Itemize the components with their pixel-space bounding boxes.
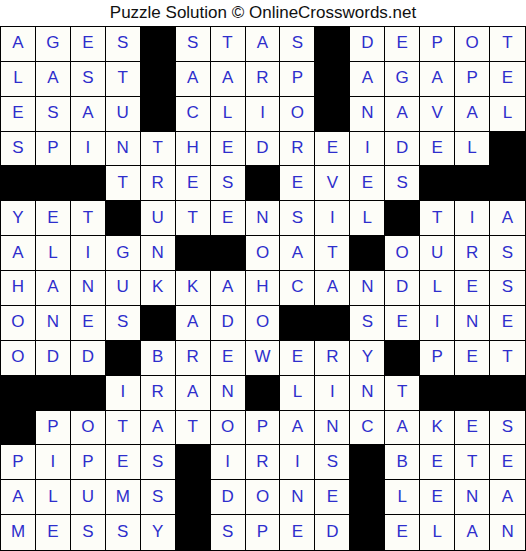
letter-cell: S — [490, 271, 525, 306]
letter-cell: L — [36, 236, 71, 271]
black-cell — [246, 376, 281, 411]
cell-letter: R — [256, 69, 268, 86]
letter-cell: V — [420, 97, 455, 132]
black-cell — [1, 411, 36, 446]
letter-cell: N — [246, 201, 281, 236]
black-cell — [315, 97, 350, 132]
letter-cell: E — [420, 480, 455, 515]
letter-cell: A — [490, 480, 525, 515]
letter-cell: P — [36, 411, 71, 446]
cell-letter: D — [221, 313, 233, 330]
letter-cell: I — [420, 306, 455, 341]
letter-cell: E — [211, 201, 246, 236]
letter-cell: G — [385, 62, 420, 97]
cell-letter: S — [327, 453, 338, 470]
letter-cell: R — [455, 236, 490, 271]
letter-cell: T — [315, 236, 350, 271]
letter-cell: E — [385, 515, 420, 550]
cell-letter: I — [225, 453, 230, 470]
letter-cell: D — [350, 27, 385, 62]
letter-cell: E — [211, 341, 246, 376]
letter-cell: U — [71, 480, 106, 515]
black-cell — [420, 166, 455, 201]
letter-cell: A — [176, 376, 211, 411]
cell-letter: A — [292, 418, 303, 435]
black-cell — [350, 236, 385, 271]
cell-letter: Y — [152, 523, 163, 540]
black-cell — [1, 166, 36, 201]
cell-letter: R — [152, 383, 164, 400]
cell-letter: T — [467, 453, 477, 470]
letter-cell: S — [280, 27, 315, 62]
cell-letter: N — [466, 488, 478, 505]
cell-letter: T — [118, 69, 128, 86]
letter-cell: S — [280, 201, 315, 236]
black-cell — [315, 62, 350, 97]
letter-cell: E — [106, 445, 141, 480]
cell-letter: O — [465, 34, 478, 51]
black-cell — [490, 166, 525, 201]
letter-cell: S — [1, 132, 36, 167]
black-cell — [350, 445, 385, 480]
cell-letter: E — [502, 453, 513, 470]
letter-cell: E — [490, 62, 525, 97]
letter-cell: D — [36, 341, 71, 376]
cell-letter: N — [221, 383, 233, 400]
cell-letter: A — [466, 523, 477, 540]
cell-letter: E — [222, 209, 233, 226]
letter-cell: E — [71, 27, 106, 62]
letter-cell: R — [176, 341, 211, 376]
black-cell — [350, 515, 385, 550]
cell-letter: A — [502, 209, 513, 226]
letter-cell: E — [455, 341, 490, 376]
letter-cell: A — [36, 62, 71, 97]
black-cell — [350, 480, 385, 515]
cell-letter: D — [396, 139, 408, 156]
cell-letter: N — [152, 244, 164, 261]
cell-letter: E — [292, 348, 303, 365]
cell-letter: S — [222, 523, 233, 540]
letter-cell: D — [211, 480, 246, 515]
letter-cell: S — [36, 97, 71, 132]
letter-cell: O — [1, 306, 36, 341]
letter-cell: A — [71, 97, 106, 132]
cell-letter: K — [431, 418, 442, 435]
cell-letter: D — [396, 278, 408, 295]
letter-cell: I — [315, 376, 350, 411]
letter-cell: S — [106, 27, 141, 62]
black-cell — [106, 201, 141, 236]
letter-cell: A — [1, 27, 36, 62]
cell-letter: S — [502, 278, 513, 295]
cell-letter: C — [361, 418, 373, 435]
letter-cell: R — [141, 166, 176, 201]
cell-letter: O — [221, 418, 234, 435]
cell-letter: L — [467, 139, 476, 156]
letter-cell: S — [490, 236, 525, 271]
letter-cell: L — [36, 480, 71, 515]
black-cell — [385, 201, 420, 236]
cell-letter: S — [82, 523, 93, 540]
letter-cell: T — [106, 166, 141, 201]
black-cell — [176, 236, 211, 271]
letter-cell: N — [350, 97, 385, 132]
cell-letter: D — [221, 488, 233, 505]
letter-cell: E — [280, 341, 315, 376]
cell-letter: D — [256, 139, 268, 156]
letter-cell: A — [350, 62, 385, 97]
letter-cell: D — [246, 132, 281, 167]
letter-cell: L — [420, 515, 455, 550]
black-cell — [280, 306, 315, 341]
cell-letter: A — [397, 418, 408, 435]
letter-cell: T — [455, 445, 490, 480]
letter-cell: O — [280, 97, 315, 132]
cell-letter: A — [222, 278, 233, 295]
cell-letter: I — [120, 383, 125, 400]
letter-cell: T — [71, 201, 106, 236]
cell-letter: P — [431, 34, 442, 51]
letter-cell: A — [1, 236, 36, 271]
letter-cell: I — [106, 376, 141, 411]
cell-letter: U — [152, 209, 164, 226]
cell-letter: M — [11, 523, 25, 540]
letter-cell: Y — [141, 515, 176, 550]
letter-cell: E — [385, 27, 420, 62]
cell-letter: T — [187, 209, 197, 226]
letter-cell: E — [385, 306, 420, 341]
cell-letter: G — [46, 34, 59, 51]
letter-cell: V — [315, 166, 350, 201]
letter-cell: A — [420, 62, 455, 97]
letter-cell: A — [385, 411, 420, 446]
cell-letter: A — [12, 34, 23, 51]
letter-cell: I — [36, 445, 71, 480]
letter-cell: S — [490, 411, 525, 446]
cell-letter: S — [187, 34, 198, 51]
cell-letter: P — [82, 453, 93, 470]
cell-letter: E — [187, 174, 198, 191]
cell-letter: E — [222, 348, 233, 365]
cell-letter: P — [431, 348, 442, 365]
cell-letter: H — [12, 278, 24, 295]
cell-letter: E — [117, 453, 128, 470]
letter-cell: Y — [1, 201, 36, 236]
cell-letter: V — [327, 174, 338, 191]
cell-letter: E — [466, 278, 477, 295]
cell-letter: R — [291, 139, 303, 156]
letter-cell: E — [420, 445, 455, 480]
letter-cell: N — [36, 306, 71, 341]
cell-letter: Y — [362, 348, 373, 365]
cell-letter: G — [396, 69, 409, 86]
letter-cell: T — [106, 411, 141, 446]
cell-letter: T — [152, 139, 162, 156]
cell-letter: T — [118, 418, 128, 435]
letter-cell: N — [350, 376, 385, 411]
letter-cell: A — [211, 62, 246, 97]
cell-letter: U — [117, 104, 129, 121]
letter-cell: E — [36, 515, 71, 550]
cell-letter: D — [326, 523, 338, 540]
cell-letter: O — [396, 244, 409, 261]
cell-letter: L — [432, 523, 441, 540]
letter-cell: D — [71, 341, 106, 376]
letter-cell: S — [106, 306, 141, 341]
letter-cell: I — [71, 132, 106, 167]
black-cell — [176, 480, 211, 515]
cell-letter: O — [11, 348, 24, 365]
letter-cell: T — [176, 411, 211, 446]
cell-letter: T — [397, 383, 407, 400]
cell-letter: T — [432, 209, 442, 226]
letter-cell: D — [315, 515, 350, 550]
cell-letter: E — [397, 313, 408, 330]
black-cell — [420, 376, 455, 411]
cell-letter: E — [222, 139, 233, 156]
letter-cell: T — [490, 341, 525, 376]
cell-letter: R — [186, 348, 198, 365]
letter-cell: S — [211, 166, 246, 201]
cell-letter: A — [222, 69, 233, 86]
letter-cell: M — [1, 515, 36, 550]
cell-letter: I — [260, 104, 265, 121]
cell-letter: S — [117, 34, 128, 51]
letter-cell: U — [420, 236, 455, 271]
cell-letter: M — [116, 488, 130, 505]
cell-letter: G — [116, 244, 129, 261]
cell-letter: V — [431, 104, 442, 121]
letter-cell: R — [280, 132, 315, 167]
cell-letter: W — [254, 348, 270, 365]
cell-letter: E — [431, 488, 442, 505]
cell-letter: O — [256, 244, 269, 261]
cell-letter: A — [12, 244, 23, 261]
cell-letter: T — [118, 174, 128, 191]
cell-letter: K — [187, 278, 198, 295]
letter-cell: Y — [350, 341, 385, 376]
cell-letter: S — [292, 209, 303, 226]
letter-cell: S — [385, 166, 420, 201]
letter-cell: G — [106, 236, 141, 271]
letter-cell: N — [280, 480, 315, 515]
black-cell — [176, 445, 211, 480]
letter-cell: O — [246, 480, 281, 515]
letter-cell: K — [176, 271, 211, 306]
cell-letter: I — [330, 383, 335, 400]
letter-cell: C — [350, 411, 385, 446]
black-cell — [141, 306, 176, 341]
cell-letter: T — [502, 34, 512, 51]
letter-cell: A — [211, 271, 246, 306]
cell-letter: P — [47, 418, 58, 435]
cell-letter: A — [187, 69, 198, 86]
cell-letter: E — [431, 139, 442, 156]
letter-cell: L — [280, 376, 315, 411]
letter-cell: S — [71, 62, 106, 97]
cell-letter: R — [466, 244, 478, 261]
letter-cell: E — [455, 411, 490, 446]
black-cell — [455, 166, 490, 201]
cell-letter: N — [47, 313, 59, 330]
letter-cell: S — [176, 27, 211, 62]
letter-cell: E — [350, 166, 385, 201]
letter-cell: L — [211, 97, 246, 132]
cell-letter: S — [47, 104, 58, 121]
cell-letter: N — [291, 488, 303, 505]
letter-cell: P — [420, 27, 455, 62]
cell-letter: L — [48, 488, 57, 505]
crossword-solution-page: Puzzle Solution © OnlineCrosswords.net A… — [0, 0, 526, 551]
cell-letter: L — [503, 104, 512, 121]
cell-letter: H — [186, 139, 198, 156]
cell-letter: A — [152, 418, 163, 435]
cell-letter: A — [292, 244, 303, 261]
black-cell — [455, 376, 490, 411]
letter-cell: I — [246, 97, 281, 132]
letter-cell: U — [106, 271, 141, 306]
letter-cell: W — [246, 341, 281, 376]
letter-cell: H — [1, 271, 36, 306]
letter-cell: A — [315, 271, 350, 306]
letter-cell: P — [1, 445, 36, 480]
cell-letter: R — [326, 348, 338, 365]
letter-cell: N — [106, 132, 141, 167]
letter-cell: T — [141, 132, 176, 167]
cell-letter: I — [435, 313, 440, 330]
cell-letter: T — [83, 209, 93, 226]
letter-cell: E — [36, 201, 71, 236]
letter-cell: N — [455, 480, 490, 515]
letter-cell: N — [455, 306, 490, 341]
letter-cell: A — [246, 27, 281, 62]
cell-letter: S — [152, 453, 163, 470]
letter-cell: S — [71, 515, 106, 550]
letter-cell: N — [490, 515, 525, 550]
black-cell — [71, 376, 106, 411]
cell-letter: O — [291, 104, 304, 121]
cell-letter: P — [257, 523, 268, 540]
cell-letter: L — [13, 69, 22, 86]
letter-cell: R — [246, 445, 281, 480]
cell-letter: E — [82, 34, 93, 51]
cell-letter: L — [397, 488, 406, 505]
letter-cell: A — [176, 306, 211, 341]
letter-cell: I — [71, 236, 106, 271]
cell-letter: E — [12, 104, 23, 121]
cell-letter: A — [187, 383, 198, 400]
letter-cell: H — [176, 132, 211, 167]
black-cell — [315, 27, 350, 62]
black-cell — [141, 62, 176, 97]
cell-letter: B — [152, 348, 163, 365]
letter-cell: K — [420, 411, 455, 446]
letter-cell: P — [71, 445, 106, 480]
cell-letter: A — [397, 104, 408, 121]
cell-letter: P — [466, 69, 477, 86]
cell-letter: P — [47, 139, 58, 156]
letter-cell: E — [71, 306, 106, 341]
cell-letter: T — [502, 348, 512, 365]
cell-letter: N — [361, 104, 373, 121]
cell-letter: B — [397, 453, 408, 470]
cell-letter: N — [326, 418, 338, 435]
letter-cell: A — [280, 236, 315, 271]
letter-cell: E — [280, 515, 315, 550]
letter-cell: E — [176, 166, 211, 201]
cell-letter: E — [292, 174, 303, 191]
cell-letter: R — [152, 174, 164, 191]
cell-letter: N — [466, 313, 478, 330]
letter-cell: O — [455, 27, 490, 62]
cell-letter: A — [327, 278, 338, 295]
cell-letter: D — [82, 348, 94, 365]
letter-cell: N — [141, 236, 176, 271]
cell-letter: L — [293, 383, 302, 400]
letter-cell: E — [455, 271, 490, 306]
cell-letter: N — [501, 523, 513, 540]
letter-cell: P — [246, 515, 281, 550]
cell-letter: P — [12, 453, 23, 470]
letter-cell: I — [211, 445, 246, 480]
letter-cell: I — [280, 445, 315, 480]
letter-cell: U — [141, 201, 176, 236]
black-cell — [385, 341, 420, 376]
letter-cell: S — [211, 515, 246, 550]
cell-letter: N — [82, 278, 94, 295]
letter-cell: E — [315, 132, 350, 167]
letter-cell: R — [315, 341, 350, 376]
cell-letter: R — [256, 453, 268, 470]
letter-cell: A — [455, 515, 490, 550]
cell-letter: E — [47, 523, 58, 540]
cell-letter: N — [361, 383, 373, 400]
letter-cell: T — [490, 27, 525, 62]
cell-letter: I — [365, 139, 370, 156]
cell-letter: A — [362, 69, 373, 86]
letter-cell: P — [455, 62, 490, 97]
letter-cell: P — [420, 341, 455, 376]
cell-letter: S — [152, 488, 163, 505]
letter-cell: T — [106, 62, 141, 97]
letter-cell: M — [106, 480, 141, 515]
letter-cell: B — [385, 445, 420, 480]
cell-letter: L — [363, 209, 372, 226]
cell-letter: S — [82, 69, 93, 86]
letter-cell: A — [280, 411, 315, 446]
letter-cell: G — [36, 27, 71, 62]
black-cell — [1, 376, 36, 411]
letter-cell: L — [420, 271, 455, 306]
letter-cell: O — [211, 411, 246, 446]
page-title: Puzzle Solution © OnlineCrosswords.net — [0, 0, 526, 26]
cell-letter: S — [12, 139, 23, 156]
letter-cell: P — [280, 62, 315, 97]
cell-letter: I — [470, 209, 475, 226]
cell-letter: E — [502, 69, 513, 86]
cell-letter: L — [223, 104, 232, 121]
cell-letter: E — [327, 488, 338, 505]
cell-letter: I — [85, 139, 90, 156]
cell-letter: L — [48, 244, 57, 261]
letter-cell: N — [211, 376, 246, 411]
cell-letter: K — [152, 278, 163, 295]
cell-letter: T — [327, 244, 337, 261]
letter-cell: A — [176, 62, 211, 97]
letter-cell: S — [315, 445, 350, 480]
cell-letter: D — [47, 348, 59, 365]
